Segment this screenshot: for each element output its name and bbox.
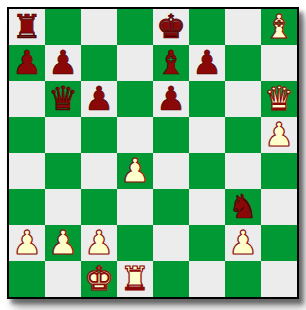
chess-board-panel: ♜♚♝♟♟♝♟♛♟♟♛♟♟♞♟♟♟♟♚♜: [7, 7, 299, 299]
square-h7[interactable]: [261, 45, 297, 81]
black-bishop-e7[interactable]: ♝: [156, 45, 186, 81]
white-pawn-b2[interactable]: ♟: [48, 225, 78, 261]
black-knight-g3[interactable]: ♞: [228, 189, 258, 225]
square-f8[interactable]: [189, 9, 225, 45]
square-f5[interactable]: [189, 117, 225, 153]
chess-board: ♜♚♝♟♟♝♟♛♟♟♛♟♟♞♟♟♟♟♚♜: [9, 9, 297, 297]
square-h5[interactable]: ♟: [261, 117, 297, 153]
square-g8[interactable]: [225, 9, 261, 45]
square-a1[interactable]: [9, 261, 45, 297]
square-c7[interactable]: [81, 45, 117, 81]
square-b5[interactable]: [45, 117, 81, 153]
square-g4[interactable]: [225, 153, 261, 189]
square-e5[interactable]: [153, 117, 189, 153]
square-e3[interactable]: [153, 189, 189, 225]
square-f1[interactable]: [189, 261, 225, 297]
square-b4[interactable]: [45, 153, 81, 189]
square-a6[interactable]: [9, 81, 45, 117]
square-f6[interactable]: [189, 81, 225, 117]
square-c3[interactable]: [81, 189, 117, 225]
square-e4[interactable]: [153, 153, 189, 189]
square-d1[interactable]: ♜: [117, 261, 153, 297]
white-queen-h6[interactable]: ♛: [264, 81, 294, 117]
square-e7[interactable]: ♝: [153, 45, 189, 81]
square-g7[interactable]: [225, 45, 261, 81]
square-a8[interactable]: ♜: [9, 9, 45, 45]
black-pawn-b7[interactable]: ♟: [48, 45, 78, 81]
square-d2[interactable]: [117, 225, 153, 261]
square-f7[interactable]: ♟: [189, 45, 225, 81]
white-king-c1[interactable]: ♚: [84, 261, 114, 297]
black-pawn-f7[interactable]: ♟: [192, 45, 222, 81]
square-d6[interactable]: [117, 81, 153, 117]
square-b1[interactable]: [45, 261, 81, 297]
black-queen-b6[interactable]: ♛: [48, 81, 78, 117]
square-a7[interactable]: ♟: [9, 45, 45, 81]
white-pawn-d4[interactable]: ♟: [120, 153, 150, 189]
white-rook-d1[interactable]: ♜: [120, 261, 150, 297]
square-e6[interactable]: ♟: [153, 81, 189, 117]
square-h8[interactable]: ♝: [261, 9, 297, 45]
white-pawn-a2[interactable]: ♟: [12, 225, 42, 261]
square-b6[interactable]: ♛: [45, 81, 81, 117]
square-g6[interactable]: [225, 81, 261, 117]
square-c8[interactable]: [81, 9, 117, 45]
square-g5[interactable]: [225, 117, 261, 153]
square-h4[interactable]: [261, 153, 297, 189]
square-d8[interactable]: [117, 9, 153, 45]
square-a2[interactable]: ♟: [9, 225, 45, 261]
square-f2[interactable]: [189, 225, 225, 261]
square-b3[interactable]: [45, 189, 81, 225]
square-a3[interactable]: [9, 189, 45, 225]
square-f4[interactable]: [189, 153, 225, 189]
black-pawn-a7[interactable]: ♟: [12, 45, 42, 81]
black-pawn-e6[interactable]: ♟: [156, 81, 186, 117]
square-b2[interactable]: ♟: [45, 225, 81, 261]
square-d5[interactable]: [117, 117, 153, 153]
square-d7[interactable]: [117, 45, 153, 81]
square-b7[interactable]: ♟: [45, 45, 81, 81]
square-c2[interactable]: ♟: [81, 225, 117, 261]
square-e1[interactable]: [153, 261, 189, 297]
square-e2[interactable]: [153, 225, 189, 261]
square-h2[interactable]: [261, 225, 297, 261]
square-e8[interactable]: ♚: [153, 9, 189, 45]
black-rook-a8[interactable]: ♜: [12, 9, 42, 45]
square-d3[interactable]: [117, 189, 153, 225]
white-pawn-c2[interactable]: ♟: [84, 225, 114, 261]
square-c1[interactable]: ♚: [81, 261, 117, 297]
white-pawn-h5[interactable]: ♟: [264, 117, 294, 153]
square-d4[interactable]: ♟: [117, 153, 153, 189]
square-f3[interactable]: [189, 189, 225, 225]
black-pawn-c6[interactable]: ♟: [84, 81, 114, 117]
square-h6[interactable]: ♛: [261, 81, 297, 117]
square-c5[interactable]: [81, 117, 117, 153]
square-c4[interactable]: [81, 153, 117, 189]
square-h3[interactable]: [261, 189, 297, 225]
square-g2[interactable]: ♟: [225, 225, 261, 261]
white-pawn-g2[interactable]: ♟: [228, 225, 258, 261]
white-bishop-h8[interactable]: ♝: [264, 9, 294, 45]
square-b8[interactable]: [45, 9, 81, 45]
square-c6[interactable]: ♟: [81, 81, 117, 117]
square-g3[interactable]: ♞: [225, 189, 261, 225]
black-king-e8[interactable]: ♚: [156, 9, 186, 45]
square-h1[interactable]: [261, 261, 297, 297]
square-a5[interactable]: [9, 117, 45, 153]
square-a4[interactable]: [9, 153, 45, 189]
square-g1[interactable]: [225, 261, 261, 297]
